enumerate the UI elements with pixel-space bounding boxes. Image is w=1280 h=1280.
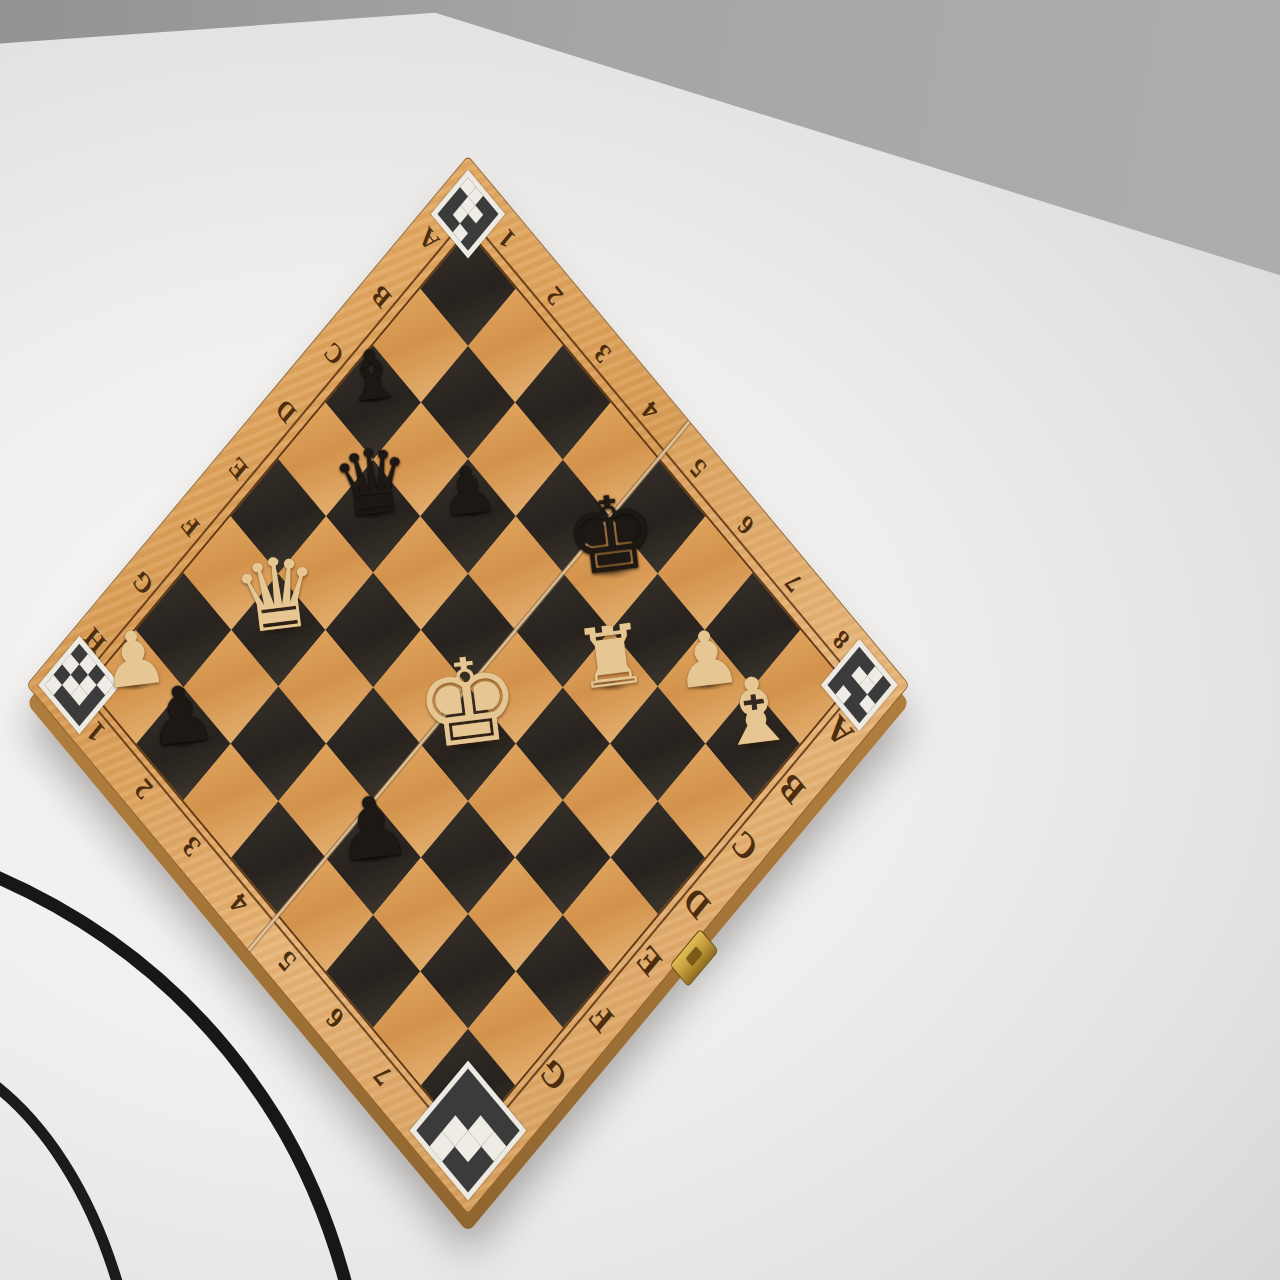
scene: 12345678 12345678 ABCDEFGH ABCDEFGH ♝♛♟♟… xyxy=(0,0,1280,1280)
white-queen-f2[interactable]: ♛ xyxy=(227,540,326,648)
black-bishop-c1[interactable]: ♝ xyxy=(338,338,407,413)
white-rook-c6[interactable]: ♜ xyxy=(570,612,653,702)
white-bishop-b8[interactable]: ♝ xyxy=(709,662,800,761)
black-pawn-c3[interactable]: ♟ xyxy=(435,455,501,527)
pieces-layer: ♝♛♟♟♚♟♟♛♚♜♟♝ xyxy=(0,0,1280,1280)
black-pawn-h2[interactable]: ♟ xyxy=(142,673,221,759)
white-king-e5[interactable]: ♚ xyxy=(408,637,527,767)
black-queen-d2[interactable]: ♛ xyxy=(327,434,417,532)
black-pawn-g5[interactable]: ♟ xyxy=(330,782,415,875)
black-king-b5[interactable]: ♚ xyxy=(559,479,663,592)
